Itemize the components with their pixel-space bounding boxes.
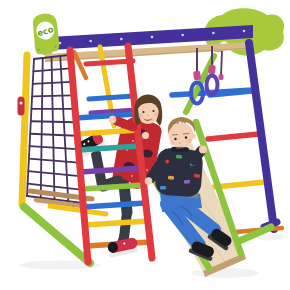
ladder-rung bbox=[83, 203, 145, 207]
beam-screw bbox=[181, 34, 184, 37]
boy-eye bbox=[185, 136, 187, 138]
rope-tip bbox=[219, 74, 224, 80]
ladder-rung bbox=[76, 114, 136, 118]
boy-brow bbox=[172, 135, 178, 136]
girl-eye bbox=[152, 110, 154, 112]
scene-canvas: eco bbox=[0, 0, 290, 290]
boy-brow bbox=[183, 134, 189, 135]
ladder-rung bbox=[208, 134, 259, 139]
ring-clip bbox=[193, 71, 201, 81]
girl-hand-on-rail bbox=[142, 132, 149, 139]
net-cord bbox=[31, 121, 75, 122]
shadow-slide bbox=[191, 268, 259, 278]
base-bar bbox=[24, 207, 90, 263]
boy-nose bbox=[179, 142, 181, 144]
eco-badge: eco bbox=[32, 12, 61, 57]
net-cord bbox=[52, 57, 55, 200]
strap-dot bbox=[20, 102, 23, 105]
ladder-rung bbox=[214, 182, 266, 187]
girl-cheek bbox=[138, 114, 142, 118]
net-cord bbox=[41, 58, 43, 198]
girl-cheek bbox=[154, 112, 158, 116]
beam-screw bbox=[151, 36, 154, 39]
girl-nose bbox=[147, 115, 149, 117]
net-cord bbox=[30, 134, 76, 136]
boy-hand-low bbox=[145, 177, 153, 185]
girl-sneaker-low bbox=[107, 237, 139, 258]
boy-cheek bbox=[187, 139, 192, 144]
boy-arm-up bbox=[194, 151, 201, 160]
frame-bar bbox=[86, 61, 133, 64]
net-post bbox=[22, 55, 27, 204]
boy-hand-on-rail bbox=[199, 146, 207, 154]
net-cord bbox=[32, 95, 72, 96]
beam-screw bbox=[120, 38, 123, 41]
spare-rope bbox=[221, 51, 222, 76]
girl-eye bbox=[142, 111, 144, 113]
net-cord bbox=[33, 82, 72, 84]
beam-screw bbox=[243, 30, 246, 33]
boy-cheek bbox=[170, 141, 175, 146]
beam-screw bbox=[89, 40, 92, 43]
ladder-rung bbox=[85, 221, 148, 225]
boy-eye bbox=[174, 138, 176, 140]
beam-screw bbox=[212, 32, 215, 35]
net-frame bbox=[20, 55, 28, 204]
climbing-frame-photo: eco bbox=[0, 0, 290, 290]
girl-arm-left bbox=[117, 121, 133, 127]
ring-clip bbox=[208, 65, 216, 75]
frame-bar bbox=[89, 96, 134, 99]
front-ladder bbox=[70, 46, 152, 262]
net-cord bbox=[60, 56, 68, 201]
girl-hand-on-rung bbox=[109, 116, 117, 124]
